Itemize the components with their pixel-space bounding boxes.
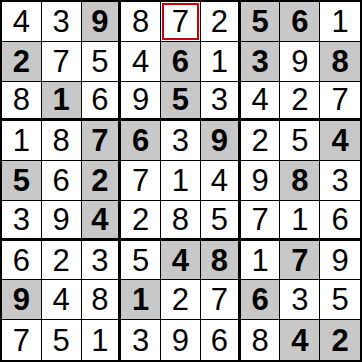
cell-r7c2[interactable]: 2 <box>42 241 82 281</box>
cell-r8c6[interactable]: 7 <box>201 280 241 320</box>
cell-r5c6[interactable]: 4 <box>201 161 241 201</box>
cell-r3c2[interactable]: 1 <box>42 82 82 122</box>
cell-r2c1[interactable]: 2 <box>2 42 42 82</box>
cell-r4c2[interactable]: 8 <box>42 121 82 161</box>
cell-r7c9[interactable]: 9 <box>320 241 360 281</box>
cell-r4c4[interactable]: 6 <box>121 121 161 161</box>
cell-r9c8[interactable]: 4 <box>280 320 320 360</box>
cell-r1c9[interactable]: 1 <box>320 2 360 42</box>
cell-r7c3[interactable]: 3 <box>82 241 122 281</box>
cell-r7c8[interactable]: 7 <box>280 241 320 281</box>
cell-r3c7[interactable]: 4 <box>241 82 281 122</box>
cell-r1c7[interactable]: 5 <box>241 2 281 42</box>
cell-r1c6[interactable]: 2 <box>201 2 241 42</box>
cell-r6c2[interactable]: 9 <box>42 201 82 241</box>
cell-r1c1[interactable]: 4 <box>2 2 42 42</box>
cell-r9c3[interactable]: 1 <box>82 320 122 360</box>
cell-r1c3[interactable]: 9 <box>82 2 122 42</box>
cell-r5c5[interactable]: 1 <box>161 161 201 201</box>
cell-r7c4[interactable]: 5 <box>121 241 161 281</box>
cell-r1c5[interactable]: 7 <box>161 2 201 42</box>
cell-r4c5[interactable]: 3 <box>161 121 201 161</box>
cell-r6c9[interactable]: 6 <box>320 201 360 241</box>
cell-r9c2[interactable]: 5 <box>42 320 82 360</box>
cell-r5c2[interactable]: 6 <box>42 161 82 201</box>
cell-r3c5[interactable]: 5 <box>161 82 201 122</box>
cell-r6c6[interactable]: 5 <box>201 201 241 241</box>
cell-r5c1[interactable]: 5 <box>2 161 42 201</box>
cell-r1c4[interactable]: 8 <box>121 2 161 42</box>
cell-r8c7[interactable]: 6 <box>241 280 281 320</box>
cell-r2c7[interactable]: 3 <box>241 42 281 82</box>
cell-r4c8[interactable]: 5 <box>280 121 320 161</box>
cell-r3c6[interactable]: 3 <box>201 82 241 122</box>
cell-r7c7[interactable]: 1 <box>241 241 281 281</box>
cell-r3c3[interactable]: 6 <box>82 82 122 122</box>
cell-r7c6[interactable]: 8 <box>201 241 241 281</box>
cell-r8c5[interactable]: 2 <box>161 280 201 320</box>
cell-r5c8[interactable]: 8 <box>280 161 320 201</box>
cell-r6c4[interactable]: 2 <box>121 201 161 241</box>
cell-r8c3[interactable]: 8 <box>82 280 122 320</box>
cell-r5c4[interactable]: 7 <box>121 161 161 201</box>
cell-r6c5[interactable]: 8 <box>161 201 201 241</box>
cell-r2c6[interactable]: 1 <box>201 42 241 82</box>
cell-r3c8[interactable]: 2 <box>280 82 320 122</box>
cell-r8c2[interactable]: 4 <box>42 280 82 320</box>
cell-r2c4[interactable]: 4 <box>121 42 161 82</box>
cell-r8c8[interactable]: 3 <box>280 280 320 320</box>
cell-r7c5[interactable]: 4 <box>161 241 201 281</box>
cell-r3c9[interactable]: 7 <box>320 82 360 122</box>
cell-r6c3[interactable]: 4 <box>82 201 122 241</box>
cell-r5c9[interactable]: 3 <box>320 161 360 201</box>
sudoku-board: 4398725612754613988169534271876392545627… <box>0 0 362 362</box>
cell-r1c8[interactable]: 6 <box>280 2 320 42</box>
cell-r9c1[interactable]: 7 <box>2 320 42 360</box>
cell-r1c2[interactable]: 3 <box>42 2 82 42</box>
cell-r5c3[interactable]: 2 <box>82 161 122 201</box>
cell-r8c9[interactable]: 5 <box>320 280 360 320</box>
cell-r2c8[interactable]: 9 <box>280 42 320 82</box>
cell-r3c1[interactable]: 8 <box>2 82 42 122</box>
cell-r9c9[interactable]: 2 <box>320 320 360 360</box>
cell-r2c9[interactable]: 8 <box>320 42 360 82</box>
cell-r7c1[interactable]: 6 <box>2 241 42 281</box>
cell-r6c8[interactable]: 1 <box>280 201 320 241</box>
cell-r9c5[interactable]: 9 <box>161 320 201 360</box>
cell-r6c1[interactable]: 3 <box>2 201 42 241</box>
cell-r4c6[interactable]: 9 <box>201 121 241 161</box>
cell-r4c7[interactable]: 2 <box>241 121 281 161</box>
cell-r8c1[interactable]: 9 <box>2 280 42 320</box>
cell-r5c7[interactable]: 9 <box>241 161 281 201</box>
cell-r2c2[interactable]: 7 <box>42 42 82 82</box>
cell-r9c6[interactable]: 6 <box>201 320 241 360</box>
cell-r8c4[interactable]: 1 <box>121 280 161 320</box>
cell-r2c5[interactable]: 6 <box>161 42 201 82</box>
cell-r9c4[interactable]: 3 <box>121 320 161 360</box>
cell-r4c3[interactable]: 7 <box>82 121 122 161</box>
cell-r6c7[interactable]: 7 <box>241 201 281 241</box>
cell-r9c7[interactable]: 8 <box>241 320 281 360</box>
cell-r4c1[interactable]: 1 <box>2 121 42 161</box>
cell-r4c9[interactable]: 4 <box>320 121 360 161</box>
cell-r3c4[interactable]: 9 <box>121 82 161 122</box>
cell-r2c3[interactable]: 5 <box>82 42 122 82</box>
